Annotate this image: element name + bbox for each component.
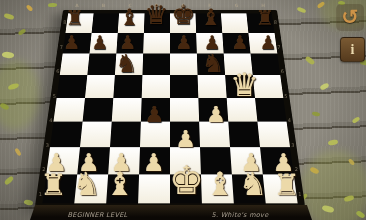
square-g4[interactable] bbox=[227, 98, 258, 122]
square-a4[interactable] bbox=[53, 98, 85, 122]
square-c3[interactable] bbox=[110, 122, 141, 148]
square-e8[interactable] bbox=[170, 13, 196, 32]
square-f7[interactable] bbox=[196, 33, 224, 53]
square-d4[interactable] bbox=[141, 98, 170, 122]
square-c4[interactable] bbox=[112, 98, 142, 122]
square-e2[interactable] bbox=[170, 147, 201, 174]
moss-patch bbox=[300, 150, 366, 220]
square-f5[interactable] bbox=[198, 75, 227, 98]
square-b6[interactable] bbox=[87, 53, 116, 75]
square-c1[interactable] bbox=[106, 175, 139, 204]
square-f2[interactable] bbox=[200, 147, 232, 174]
move-status-label: 5. White's move bbox=[185, 211, 295, 219]
square-f1[interactable] bbox=[201, 175, 234, 204]
square-g6[interactable] bbox=[224, 53, 253, 75]
app-screen: AABBCCDDEEFFGGHH8877665544332211♜♝♛♚♝♜♟♟… bbox=[0, 0, 366, 220]
square-e1[interactable] bbox=[170, 175, 202, 204]
square-f3[interactable] bbox=[199, 122, 230, 148]
square-e7[interactable] bbox=[170, 33, 197, 53]
square-b3[interactable] bbox=[80, 122, 112, 148]
square-h3[interactable] bbox=[257, 122, 290, 148]
square-h5[interactable] bbox=[253, 75, 284, 98]
square-a6[interactable] bbox=[60, 53, 90, 75]
square-g7[interactable] bbox=[222, 33, 250, 53]
square-a5[interactable] bbox=[57, 75, 88, 98]
square-b8[interactable] bbox=[92, 13, 119, 32]
square-e5[interactable] bbox=[170, 75, 198, 98]
square-g8[interactable] bbox=[221, 13, 248, 32]
square-f6[interactable] bbox=[197, 53, 225, 75]
square-a7[interactable] bbox=[63, 33, 92, 53]
square-d8[interactable] bbox=[144, 13, 170, 32]
square-g1[interactable] bbox=[232, 175, 266, 204]
board-squares bbox=[42, 13, 297, 203]
square-d3[interactable] bbox=[140, 122, 170, 148]
chess-board[interactable] bbox=[35, 10, 305, 206]
square-h2[interactable] bbox=[260, 147, 294, 174]
square-b4[interactable] bbox=[83, 98, 114, 122]
square-b5[interactable] bbox=[85, 75, 115, 98]
square-e3[interactable] bbox=[170, 122, 200, 148]
square-e4[interactable] bbox=[170, 98, 199, 122]
square-b7[interactable] bbox=[90, 33, 118, 53]
square-h8[interactable] bbox=[246, 13, 274, 32]
square-d6[interactable] bbox=[142, 53, 170, 75]
square-e6[interactable] bbox=[170, 53, 198, 75]
square-f4[interactable] bbox=[198, 98, 228, 122]
square-c7[interactable] bbox=[116, 33, 144, 53]
square-d7[interactable] bbox=[143, 33, 170, 53]
square-c2[interactable] bbox=[108, 147, 140, 174]
square-h6[interactable] bbox=[250, 53, 280, 75]
square-b1[interactable] bbox=[74, 175, 108, 204]
undo-button[interactable]: ↺ bbox=[336, 4, 364, 31]
info-button[interactable]: i bbox=[340, 37, 365, 62]
square-a2[interactable] bbox=[46, 147, 80, 174]
square-h4[interactable] bbox=[255, 98, 287, 122]
square-c5[interactable] bbox=[113, 75, 142, 98]
square-g2[interactable] bbox=[230, 147, 263, 174]
leaf-icon bbox=[48, 3, 57, 7]
level-label: BEGINNER LEVEL bbox=[40, 211, 155, 219]
square-a8[interactable] bbox=[65, 13, 93, 32]
square-g3[interactable] bbox=[228, 122, 260, 148]
square-d2[interactable] bbox=[139, 147, 170, 174]
square-h1[interactable] bbox=[263, 175, 298, 204]
info-icon: i bbox=[351, 43, 355, 57]
square-c6[interactable] bbox=[115, 53, 143, 75]
square-b2[interactable] bbox=[77, 147, 110, 174]
square-f8[interactable] bbox=[195, 13, 222, 32]
square-d5[interactable] bbox=[142, 75, 170, 98]
square-d1[interactable] bbox=[138, 175, 170, 204]
square-c8[interactable] bbox=[118, 13, 145, 32]
square-a3[interactable] bbox=[50, 122, 83, 148]
square-h7[interactable] bbox=[248, 33, 277, 53]
square-g5[interactable] bbox=[225, 75, 255, 98]
square-a1[interactable] bbox=[42, 175, 77, 204]
undo-icon: ↺ bbox=[341, 7, 359, 28]
